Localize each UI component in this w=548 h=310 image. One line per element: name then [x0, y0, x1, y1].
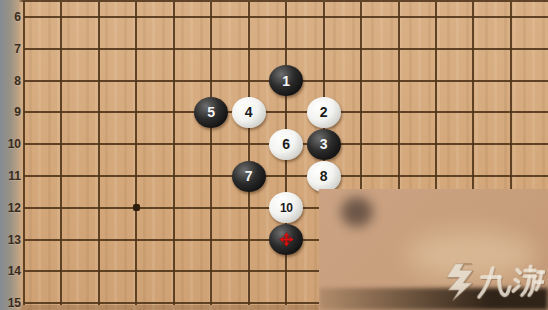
grid-horizontal-line: [24, 16, 548, 18]
stone-black-7: 7: [232, 161, 266, 192]
row-label-13: 13: [0, 232, 21, 248]
blurred-watermark-region: 九游: [319, 189, 548, 310]
move-number: 7: [245, 169, 253, 183]
stone-white-8: 8: [307, 161, 341, 192]
row-label-6: 6: [0, 9, 21, 25]
grid-horizontal-line: [24, 175, 548, 177]
stone-black-red-cross: [269, 224, 303, 255]
row-label-9: 9: [0, 104, 21, 120]
go-diagram: 1234567810 6789101112131415: [0, 0, 548, 310]
row-label-10: 10: [0, 136, 21, 152]
row-label-12: 12: [0, 200, 21, 216]
move-number: 6: [282, 137, 290, 151]
red-cross-marker-icon: [279, 232, 294, 247]
star-point: [133, 204, 140, 211]
move-number: 3: [320, 137, 328, 151]
row-label-8: 8: [0, 73, 21, 89]
stone-white-4: 4: [232, 97, 266, 128]
stone-white-2: 2: [307, 97, 341, 128]
row-label-15: 15: [0, 295, 21, 310]
blurred-stone-smudge: [341, 197, 373, 227]
move-number: 1: [282, 74, 290, 88]
row-label-14: 14: [0, 263, 21, 279]
jiuyou-g-icon: [439, 262, 477, 302]
row-label-strip: 6789101112131415: [0, 0, 23, 310]
board-top-edge: [0, 0, 548, 2]
move-number: 8: [320, 169, 328, 183]
grid-horizontal-line: [24, 48, 548, 50]
stone-black-5: 5: [194, 97, 228, 128]
move-number: 5: [207, 105, 215, 119]
move-number: 4: [245, 105, 253, 119]
move-number: 10: [280, 202, 292, 214]
stone-black-1: 1: [269, 65, 303, 96]
grid-horizontal-line: [24, 111, 548, 113]
stone-black-3: 3: [307, 129, 341, 160]
row-label-11: 11: [0, 168, 21, 184]
row-label-7: 7: [0, 41, 21, 57]
move-number: 2: [320, 105, 328, 119]
jiuyou-watermark-logo: 九游: [439, 262, 546, 302]
stone-white-6: 6: [269, 129, 303, 160]
jiuyou-logo-text-svg: [476, 264, 546, 300]
